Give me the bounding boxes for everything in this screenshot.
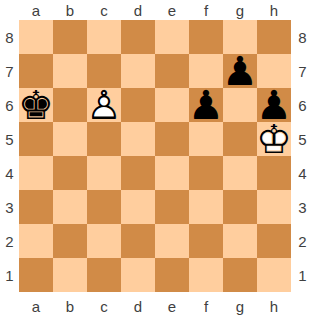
square-c3[interactable]: [87, 190, 121, 224]
file-label-bottom-b: b: [53, 292, 87, 320]
rank-label-right-2: 2: [291, 224, 314, 258]
rank-label-left-4: 4: [0, 156, 19, 190]
white-pawn-fill: ♟: [87, 88, 121, 122]
rank-label-left-8: 8: [0, 20, 19, 54]
square-e5[interactable]: [155, 122, 189, 156]
square-b5[interactable]: [53, 122, 87, 156]
square-g7[interactable]: ♟: [223, 54, 257, 88]
square-f7[interactable]: [189, 54, 223, 88]
rank-label-left-2: 2: [0, 224, 19, 258]
square-e7[interactable]: [155, 54, 189, 88]
rank-label-right-1: 1: [291, 258, 314, 292]
rank-label-left-1: 1: [0, 258, 19, 292]
square-b8[interactable]: [53, 20, 87, 54]
square-g8[interactable]: [223, 20, 257, 54]
square-b6[interactable]: [53, 88, 87, 122]
square-f4[interactable]: [189, 156, 223, 190]
square-h8[interactable]: [257, 20, 291, 54]
square-g5[interactable]: [223, 122, 257, 156]
rank-label-left-7: 7: [0, 54, 19, 88]
corner-top-right: [291, 0, 314, 20]
square-c1[interactable]: [87, 258, 121, 292]
square-d1[interactable]: [121, 258, 155, 292]
square-a1[interactable]: [19, 258, 53, 292]
square-h2[interactable]: [257, 224, 291, 258]
square-e4[interactable]: [155, 156, 189, 190]
square-d7[interactable]: [121, 54, 155, 88]
black-pawn-fill: ♟: [189, 88, 223, 122]
white-king-fill: ♚: [257, 122, 291, 156]
square-f2[interactable]: [189, 224, 223, 258]
square-a4[interactable]: [19, 156, 53, 190]
file-label-top-d: d: [121, 0, 155, 20]
square-h5[interactable]: ♚♔: [257, 122, 291, 156]
square-c4[interactable]: [87, 156, 121, 190]
square-d6[interactable]: [121, 88, 155, 122]
white-pawn-outline: ♙: [87, 88, 121, 122]
file-label-top-g: g: [223, 0, 257, 20]
rank-label-left-6: 6: [0, 88, 19, 122]
square-b2[interactable]: [53, 224, 87, 258]
square-g4[interactable]: [223, 156, 257, 190]
black-pawn-fill: ♟: [223, 54, 257, 88]
square-c7[interactable]: [87, 54, 121, 88]
square-a2[interactable]: [19, 224, 53, 258]
rank-label-left-3: 3: [0, 190, 19, 224]
square-d2[interactable]: [121, 224, 155, 258]
square-h7[interactable]: [257, 54, 291, 88]
square-f6[interactable]: ♟: [189, 88, 223, 122]
square-g6[interactable]: [223, 88, 257, 122]
file-label-top-e: e: [155, 0, 189, 20]
square-g3[interactable]: [223, 190, 257, 224]
corner-bottom-left: [0, 292, 19, 320]
file-label-bottom-c: c: [87, 292, 121, 320]
square-b4[interactable]: [53, 156, 87, 190]
square-c2[interactable]: [87, 224, 121, 258]
file-label-top-a: a: [19, 0, 53, 20]
square-f5[interactable]: [189, 122, 223, 156]
rank-label-right-8: 8: [291, 20, 314, 54]
square-d5[interactable]: [121, 122, 155, 156]
corner-top-left: [0, 0, 19, 20]
square-c6[interactable]: ♟♙: [87, 88, 121, 122]
square-f8[interactable]: [189, 20, 223, 54]
file-label-bottom-e: e: [155, 292, 189, 320]
file-label-top-c: c: [87, 0, 121, 20]
rank-label-right-5: 5: [291, 122, 314, 156]
black-king-fill: ♚: [19, 88, 53, 122]
rank-label-left-5: 5: [0, 122, 19, 156]
rank-label-right-6: 6: [291, 88, 314, 122]
file-label-bottom-h: h: [257, 292, 291, 320]
square-h3[interactable]: [257, 190, 291, 224]
square-a6[interactable]: ♚: [19, 88, 53, 122]
file-label-bottom-d: d: [121, 292, 155, 320]
square-e2[interactable]: [155, 224, 189, 258]
square-d4[interactable]: [121, 156, 155, 190]
file-label-top-h: h: [257, 0, 291, 20]
square-e6[interactable]: [155, 88, 189, 122]
square-b7[interactable]: [53, 54, 87, 88]
square-h4[interactable]: [257, 156, 291, 190]
square-a8[interactable]: [19, 20, 53, 54]
rank-label-right-4: 4: [291, 156, 314, 190]
square-b1[interactable]: [53, 258, 87, 292]
file-label-bottom-a: a: [19, 292, 53, 320]
square-e3[interactable]: [155, 190, 189, 224]
square-e1[interactable]: [155, 258, 189, 292]
square-f1[interactable]: [189, 258, 223, 292]
file-label-bottom-g: g: [223, 292, 257, 320]
black-pawn-fill: ♟: [257, 88, 291, 122]
square-d8[interactable]: [121, 20, 155, 54]
file-label-top-f: f: [189, 0, 223, 20]
square-e8[interactable]: [155, 20, 189, 54]
square-g1[interactable]: [223, 258, 257, 292]
rank-label-right-7: 7: [291, 54, 314, 88]
white-king-outline: ♔: [257, 122, 291, 156]
square-a7[interactable]: [19, 54, 53, 88]
square-h6[interactable]: ♟: [257, 88, 291, 122]
rank-label-right-3: 3: [291, 190, 314, 224]
square-a5[interactable]: [19, 122, 53, 156]
square-c5[interactable]: [87, 122, 121, 156]
corner-bottom-right: [291, 292, 314, 320]
chess-board: abcdefgh887♟76♚♟♙♟♟65♚♔544332211abcdefgh: [0, 0, 314, 320]
square-c8[interactable]: [87, 20, 121, 54]
file-label-top-b: b: [53, 0, 87, 20]
square-b3[interactable]: [53, 190, 87, 224]
file-label-bottom-f: f: [189, 292, 223, 320]
square-g2[interactable]: [223, 224, 257, 258]
square-a3[interactable]: [19, 190, 53, 224]
square-f3[interactable]: [189, 190, 223, 224]
square-h1[interactable]: [257, 258, 291, 292]
square-d3[interactable]: [121, 190, 155, 224]
